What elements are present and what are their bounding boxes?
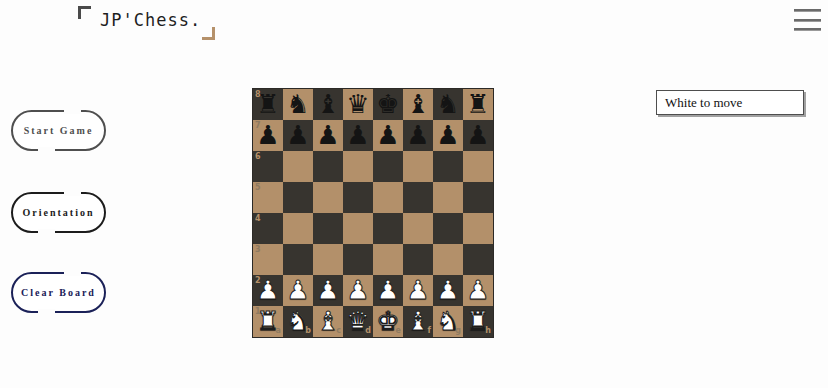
square-a1[interactable]: 1a♜ (253, 306, 283, 337)
piece-black-pawn[interactable]: ♟ (466, 120, 489, 151)
square-a6[interactable]: 6 (253, 151, 283, 182)
menu-button[interactable] (794, 9, 822, 31)
square-h5[interactable] (463, 182, 493, 213)
square-c8[interactable]: ♝ (313, 89, 343, 120)
piece-black-knight[interactable]: ♞ (286, 89, 309, 120)
square-e4[interactable] (373, 213, 403, 244)
square-b6[interactable] (283, 151, 313, 182)
square-e3[interactable] (373, 244, 403, 275)
square-h1[interactable]: h♜ (463, 306, 493, 337)
square-b2[interactable]: ♟ (283, 275, 313, 306)
app-logo-text: JP'Chess. (100, 10, 201, 30)
square-b1[interactable]: b♞ (283, 306, 313, 337)
status-text: White to move (665, 95, 742, 111)
app-logo: JP'Chess. (100, 10, 201, 30)
square-d6[interactable] (343, 151, 373, 182)
bracket-top-left-icon (78, 6, 91, 19)
piece-black-pawn[interactable]: ♟ (376, 120, 399, 151)
rank-label-1: 1 (255, 308, 261, 316)
square-d2[interactable]: ♟ (343, 275, 373, 306)
square-f8[interactable]: ♝ (403, 89, 433, 120)
piece-white-pawn[interactable]: ♟ (316, 275, 339, 306)
piece-black-rook[interactable]: ♜ (466, 89, 489, 120)
piece-black-queen[interactable]: ♛ (346, 89, 369, 120)
square-h4[interactable] (463, 213, 493, 244)
rank-label-8: 8 (255, 91, 261, 99)
square-g3[interactable] (433, 244, 463, 275)
file-label-e: e (396, 327, 401, 335)
file-label-f: f (428, 327, 431, 335)
square-e8[interactable]: ♚ (373, 89, 403, 120)
square-c6[interactable] (313, 151, 343, 182)
square-a8[interactable]: 8♜ (253, 89, 283, 120)
file-label-b: b (305, 327, 311, 335)
square-f3[interactable] (403, 244, 433, 275)
piece-white-pawn[interactable]: ♟ (466, 275, 489, 306)
orientation-label: Orientation (23, 207, 95, 218)
square-g1[interactable]: g♞ (433, 306, 463, 337)
square-h3[interactable] (463, 244, 493, 275)
square-f5[interactable] (403, 182, 433, 213)
square-e6[interactable] (373, 151, 403, 182)
piece-black-pawn[interactable]: ♟ (436, 120, 459, 151)
chess-board[interactable]: 8♜♞♝♛♚♝♞♜7♟♟♟♟♟♟♟♟65432♟♟♟♟♟♟♟♟1a♜b♞c♝d♛… (252, 88, 494, 338)
file-label-a: a (276, 327, 281, 335)
piece-white-pawn[interactable]: ♟ (436, 275, 459, 306)
square-c2[interactable]: ♟ (313, 275, 343, 306)
square-f4[interactable] (403, 213, 433, 244)
square-e2[interactable]: ♟ (373, 275, 403, 306)
square-a5[interactable]: 5 (253, 182, 283, 213)
piece-black-king[interactable]: ♚ (376, 89, 399, 120)
rank-label-4: 4 (255, 215, 261, 223)
square-e1[interactable]: e♚ (373, 306, 403, 337)
square-g7[interactable]: ♟ (433, 120, 463, 151)
bracket-bottom-right-icon (202, 27, 215, 40)
start-game-button[interactable]: Start Game (11, 110, 106, 151)
square-b4[interactable] (283, 213, 313, 244)
rank-label-2: 2 (255, 277, 261, 285)
piece-black-bishop[interactable]: ♝ (406, 89, 429, 120)
start-game-label: Start Game (24, 125, 94, 136)
square-b5[interactable] (283, 182, 313, 213)
square-b8[interactable]: ♞ (283, 89, 313, 120)
file-label-h: h (485, 327, 491, 335)
clear-board-button[interactable]: Clear Board (11, 272, 106, 313)
square-d4[interactable] (343, 213, 373, 244)
piece-black-pawn[interactable]: ♟ (346, 120, 369, 151)
square-c3[interactable] (313, 244, 343, 275)
square-d7[interactable]: ♟ (343, 120, 373, 151)
square-d5[interactable] (343, 182, 373, 213)
clear-board-label: Clear Board (21, 287, 96, 298)
square-a4[interactable]: 4 (253, 213, 283, 244)
square-d3[interactable] (343, 244, 373, 275)
piece-white-pawn[interactable]: ♟ (376, 275, 399, 306)
square-c7[interactable]: ♟ (313, 120, 343, 151)
square-f1[interactable]: f♝ (403, 306, 433, 337)
hamburger-icon (794, 9, 821, 12)
square-h8[interactable]: ♜ (463, 89, 493, 120)
piece-black-knight[interactable]: ♞ (436, 89, 459, 120)
square-g8[interactable]: ♞ (433, 89, 463, 120)
square-e7[interactable]: ♟ (373, 120, 403, 151)
file-label-c: c (336, 327, 341, 335)
square-a3[interactable]: 3 (253, 244, 283, 275)
status-box: White to move (656, 90, 804, 115)
rank-label-3: 3 (255, 246, 261, 254)
file-label-g: g (455, 327, 461, 335)
rank-label-6: 6 (255, 153, 261, 161)
file-label-d: d (365, 327, 371, 335)
piece-white-pawn[interactable]: ♟ (406, 275, 429, 306)
hamburger-icon (794, 28, 821, 31)
piece-black-pawn[interactable]: ♟ (316, 120, 339, 151)
piece-black-pawn[interactable]: ♟ (406, 120, 429, 151)
rank-label-7: 7 (255, 122, 261, 130)
rank-label-5: 5 (255, 184, 261, 192)
square-a2[interactable]: 2♟ (253, 275, 283, 306)
piece-white-bishop[interactable]: ♝ (406, 306, 429, 337)
square-g2[interactable]: ♟ (433, 275, 463, 306)
square-c4[interactable] (313, 213, 343, 244)
orientation-button[interactable]: Orientation (11, 192, 106, 233)
square-d1[interactable]: d♛ (343, 306, 373, 337)
square-b7[interactable]: ♟ (283, 120, 313, 151)
square-f7[interactable]: ♟ (403, 120, 433, 151)
square-e5[interactable] (373, 182, 403, 213)
square-b3[interactable] (283, 244, 313, 275)
piece-black-pawn[interactable]: ♟ (286, 120, 309, 151)
square-g5[interactable] (433, 182, 463, 213)
square-h6[interactable] (463, 151, 493, 182)
piece-white-pawn[interactable]: ♟ (286, 275, 309, 306)
square-a7[interactable]: 7♟ (253, 120, 283, 151)
square-f6[interactable] (403, 151, 433, 182)
piece-white-pawn[interactable]: ♟ (346, 275, 369, 306)
piece-black-bishop[interactable]: ♝ (316, 89, 339, 120)
square-h7[interactable]: ♟ (463, 120, 493, 151)
square-g4[interactable] (433, 213, 463, 244)
square-c1[interactable]: c♝ (313, 306, 343, 337)
square-g6[interactable] (433, 151, 463, 182)
hamburger-icon (794, 19, 821, 22)
square-c5[interactable] (313, 182, 343, 213)
square-f2[interactable]: ♟ (403, 275, 433, 306)
square-d8[interactable]: ♛ (343, 89, 373, 120)
square-h2[interactable]: ♟ (463, 275, 493, 306)
